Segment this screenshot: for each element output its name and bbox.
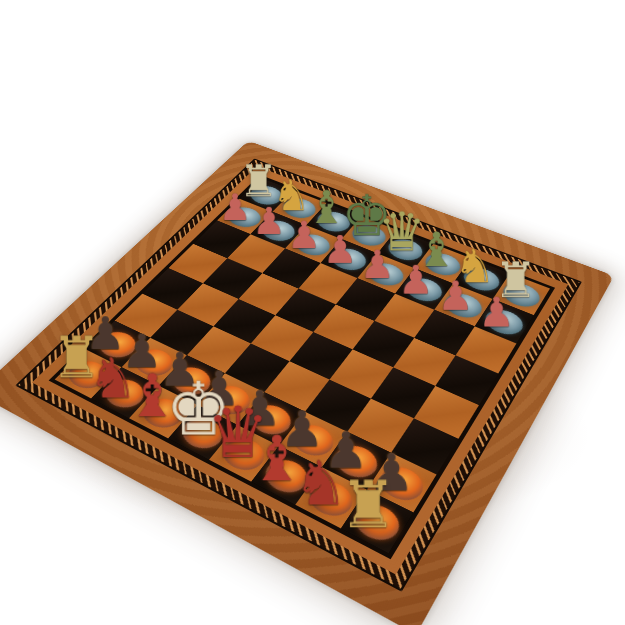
piece-water-pawn[interactable]: ♟ [434, 276, 475, 316]
square-e4[interactable] [250, 315, 313, 361]
piece-water-pawn[interactable]: ♟ [357, 245, 397, 284]
piece-fire-rook[interactable]: ♜ [339, 473, 393, 538]
piece-water-pawn[interactable]: ♟ [395, 261, 436, 301]
board-squares: ♜♞♝♚♛♝♞♜♟♟♟♟♟♟♟♟♟♟♟♟♟♟♟♟♜♞♝♚♛♝♞♜ [48, 175, 554, 560]
board-decorative-motif-border: ♜♞♝♚♛♝♞♜♟♟♟♟♟♟♟♟♟♟♟♟♟♟♟♟♜♞♝♚♛♝♞♜ [15, 159, 582, 592]
piece-water-pawn[interactable]: ♟ [216, 189, 254, 226]
square-a1[interactable]: ♜ [340, 490, 412, 554]
board-leather-frame: ♜♞♝♚♛♝♞♜♟♟♟♟♟♟♟♟♟♟♟♟♟♟♟♟♜♞♝♚♛♝♞♜ [0, 141, 614, 625]
board-scene: ♜♞♝♚♛♝♞♜♟♟♟♟♟♟♟♟♟♟♟♟♟♟♟♟♜♞♝♚♛♝♞♜ [0, 0, 625, 625]
photo-backdrop: ♜♞♝♚♛♝♞♜♟♟♟♟♟♟♟♟♟♟♟♟♟♟♟♟♜♞♝♚♛♝♞♜ [0, 0, 625, 625]
piece-water-pawn[interactable]: ♟ [284, 217, 323, 255]
chessboard: ♜♞♝♚♛♝♞♜♟♟♟♟♟♟♟♟♟♟♟♟♟♟♟♟♜♞♝♚♛♝♞♜ [0, 141, 614, 625]
piece-fire-knight[interactable]: ♞ [293, 453, 346, 514]
piece-water-pawn[interactable]: ♟ [250, 203, 288, 240]
board-inner-margin: ♜♞♝♚♛♝♞♜♟♟♟♟♟♟♟♟♟♟♟♟♟♟♟♟♜♞♝♚♛♝♞♜ [31, 166, 567, 574]
piece-water-pawn[interactable]: ♟ [475, 292, 517, 333]
piece-water-pawn[interactable]: ♟ [320, 231, 359, 269]
